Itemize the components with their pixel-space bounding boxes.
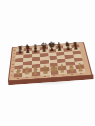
board-grid: ♜♞♝♛♚♝♞♜♟♟♟♟♟♟♟♟♟♟♟♟♟♟♟♟♜♞♝♛♚♝♞♜	[14, 44, 86, 77]
square-h1[interactable]: ♜	[76, 69, 86, 74]
piece-black-pawn: ♟	[69, 45, 82, 51]
piece-white-queen: ♛	[37, 66, 52, 76]
piece-white-rook: ♜	[10, 70, 25, 78]
square-d5[interactable]	[40, 56, 48, 60]
square-f1[interactable]: ♝	[58, 70, 67, 75]
piece-white-rook: ♜	[73, 65, 88, 73]
square-c5[interactable]	[32, 57, 40, 61]
chess-board: ♜♞♝♛♚♝♞♜♟♟♟♟♟♟♟♟♟♟♟♟♟♟♟♟♜♞♝♛♚♝♞♜ abcdefg…	[8, 42, 93, 81]
square-f5[interactable]	[56, 55, 65, 59]
product-photo-background: ♜♞♝♛♚♝♞♜♟♟♟♟♟♟♟♟♟♟♟♟♟♟♟♟♜♞♝♛♚♝♞♜ abcdefg…	[0, 0, 95, 126]
square-a1[interactable]: ♜	[14, 73, 23, 78]
square-d1[interactable]: ♛	[40, 71, 49, 76]
piece-white-bishop: ♝	[55, 66, 70, 75]
square-h6[interactable]	[72, 51, 81, 55]
